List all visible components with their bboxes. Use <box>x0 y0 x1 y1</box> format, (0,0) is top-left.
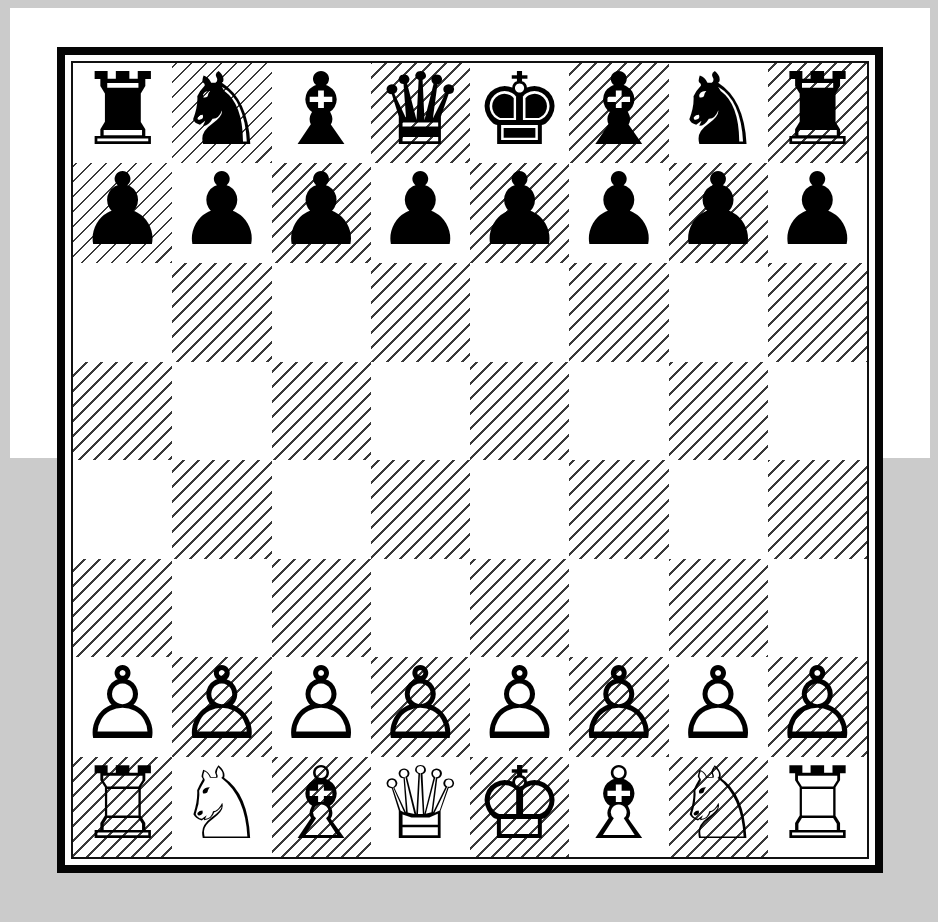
square-d5[interactable] <box>371 362 470 461</box>
square-b5[interactable] <box>172 362 271 461</box>
square-f3[interactable] <box>569 559 668 658</box>
square-e8[interactable]: ♚ <box>470 63 569 163</box>
white-pawn-piece: ♙ <box>376 654 466 754</box>
black-rook-piece: ♜ <box>78 60 168 160</box>
square-h2[interactable]: ♙ <box>768 657 867 757</box>
board-grid: ♜♞♝♛♚♝♞♜♟♟♟♟♟♟♟♟♙♙♙♙♙♙♙♙♖♘♗♕♔♗♘♖ <box>73 63 867 857</box>
square-f6[interactable] <box>569 263 668 362</box>
square-a3[interactable] <box>73 559 172 658</box>
square-d3[interactable] <box>371 559 470 658</box>
square-d4[interactable] <box>371 460 470 559</box>
square-h7[interactable]: ♟ <box>768 163 867 263</box>
square-e7[interactable]: ♟ <box>470 163 569 263</box>
white-rook-piece: ♖ <box>78 754 168 854</box>
white-knight-piece: ♘ <box>177 754 267 854</box>
square-c3[interactable] <box>272 559 371 658</box>
white-rook-piece: ♖ <box>773 754 863 854</box>
white-king-piece: ♔ <box>475 754 565 854</box>
square-c6[interactable] <box>272 263 371 362</box>
square-h6[interactable] <box>768 263 867 362</box>
square-a1[interactable]: ♖ <box>73 757 172 857</box>
square-d7[interactable]: ♟ <box>371 163 470 263</box>
square-e5[interactable] <box>470 362 569 461</box>
square-b3[interactable] <box>172 559 271 658</box>
black-bishop-piece: ♝ <box>276 60 366 160</box>
square-b6[interactable] <box>172 263 271 362</box>
black-knight-piece: ♞ <box>673 60 763 160</box>
black-pawn-piece: ♟ <box>475 160 565 260</box>
white-pawn-piece: ♙ <box>673 654 763 754</box>
chess-board-inner-border: ♜♞♝♛♚♝♞♜♟♟♟♟♟♟♟♟♙♙♙♙♙♙♙♙♖♘♗♕♔♗♘♖ <box>71 61 869 859</box>
black-pawn-piece: ♟ <box>673 160 763 260</box>
square-d2[interactable]: ♙ <box>371 657 470 757</box>
square-a8[interactable]: ♜ <box>73 63 172 163</box>
black-knight-piece: ♞ <box>177 60 267 160</box>
square-f5[interactable] <box>569 362 668 461</box>
black-rook-piece: ♜ <box>773 60 863 160</box>
square-a5[interactable] <box>73 362 172 461</box>
square-f2[interactable]: ♙ <box>569 657 668 757</box>
square-e2[interactable]: ♙ <box>470 657 569 757</box>
square-c2[interactable]: ♙ <box>272 657 371 757</box>
square-g3[interactable] <box>669 559 768 658</box>
square-g8[interactable]: ♞ <box>669 63 768 163</box>
white-knight-piece: ♘ <box>673 754 763 854</box>
square-e6[interactable] <box>470 263 569 362</box>
square-f8[interactable]: ♝ <box>569 63 668 163</box>
square-h4[interactable] <box>768 460 867 559</box>
square-a7[interactable]: ♟ <box>73 163 172 263</box>
square-h3[interactable] <box>768 559 867 658</box>
page-background: ♜♞♝♛♚♝♞♜♟♟♟♟♟♟♟♟♙♙♙♙♙♙♙♙♖♘♗♕♔♗♘♖ <box>0 0 938 922</box>
black-queen-piece: ♛ <box>376 60 466 160</box>
square-g6[interactable] <box>669 263 768 362</box>
square-h1[interactable]: ♖ <box>768 757 867 857</box>
square-c4[interactable] <box>272 460 371 559</box>
black-king-piece: ♚ <box>475 60 565 160</box>
square-c8[interactable]: ♝ <box>272 63 371 163</box>
square-b8[interactable]: ♞ <box>172 63 271 163</box>
square-f4[interactable] <box>569 460 668 559</box>
white-queen-piece: ♕ <box>376 754 466 854</box>
square-f7[interactable]: ♟ <box>569 163 668 263</box>
black-pawn-piece: ♟ <box>773 160 863 260</box>
square-a6[interactable] <box>73 263 172 362</box>
square-d1[interactable]: ♕ <box>371 757 470 857</box>
square-b7[interactable]: ♟ <box>172 163 271 263</box>
black-pawn-piece: ♟ <box>78 160 168 260</box>
white-pawn-piece: ♙ <box>177 654 267 754</box>
square-h8[interactable]: ♜ <box>768 63 867 163</box>
square-d8[interactable]: ♛ <box>371 63 470 163</box>
white-pawn-piece: ♙ <box>78 654 168 754</box>
square-b1[interactable]: ♘ <box>172 757 271 857</box>
white-bishop-piece: ♗ <box>574 754 664 854</box>
square-g2[interactable]: ♙ <box>669 657 768 757</box>
square-a4[interactable] <box>73 460 172 559</box>
chess-board-frame: ♜♞♝♛♚♝♞♜♟♟♟♟♟♟♟♟♙♙♙♙♙♙♙♙♖♘♗♕♔♗♘♖ <box>57 47 883 873</box>
square-g4[interactable] <box>669 460 768 559</box>
square-e1[interactable]: ♔ <box>470 757 569 857</box>
square-g5[interactable] <box>669 362 768 461</box>
square-e3[interactable] <box>470 559 569 658</box>
square-d6[interactable] <box>371 263 470 362</box>
white-pawn-piece: ♙ <box>773 654 863 754</box>
square-c7[interactable]: ♟ <box>272 163 371 263</box>
square-g1[interactable]: ♘ <box>669 757 768 857</box>
square-g7[interactable]: ♟ <box>669 163 768 263</box>
black-pawn-piece: ♟ <box>276 160 366 260</box>
white-pawn-piece: ♙ <box>475 654 565 754</box>
white-pawn-piece: ♙ <box>276 654 366 754</box>
square-b2[interactable]: ♙ <box>172 657 271 757</box>
black-pawn-piece: ♟ <box>376 160 466 260</box>
square-c5[interactable] <box>272 362 371 461</box>
square-e4[interactable] <box>470 460 569 559</box>
square-h5[interactable] <box>768 362 867 461</box>
black-pawn-piece: ♟ <box>574 160 664 260</box>
black-pawn-piece: ♟ <box>177 160 267 260</box>
square-c1[interactable]: ♗ <box>272 757 371 857</box>
white-bishop-piece: ♗ <box>276 754 366 854</box>
square-a2[interactable]: ♙ <box>73 657 172 757</box>
black-bishop-piece: ♝ <box>574 60 664 160</box>
square-f1[interactable]: ♗ <box>569 757 668 857</box>
square-b4[interactable] <box>172 460 271 559</box>
white-pawn-piece: ♙ <box>574 654 664 754</box>
